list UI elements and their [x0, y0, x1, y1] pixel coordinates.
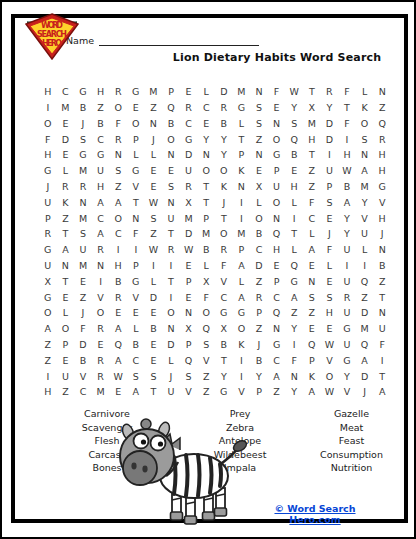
grid-cell[interactable]: B [92, 116, 110, 132]
grid-cell[interactable]: N [285, 368, 303, 384]
grid-cell[interactable]: S [321, 289, 339, 305]
grid-cell[interactable]: E [321, 274, 339, 290]
grid-cell[interactable]: E [145, 353, 163, 369]
grid-cell[interactable]: V [127, 289, 145, 305]
grid-cell[interactable]: U [39, 258, 57, 274]
grid-cell[interactable]: Y [215, 368, 233, 384]
grid-cell[interactable]: Q [268, 305, 286, 321]
grid-cell[interactable]: J [373, 226, 391, 242]
grid-cell[interactable]: T [373, 289, 391, 305]
grid-cell[interactable]: G [39, 163, 57, 179]
grid-cell[interactable]: N [233, 179, 251, 195]
grid-cell[interactable]: E [74, 274, 92, 290]
grid-cell[interactable]: C [303, 210, 321, 226]
grid-cell[interactable]: Z [373, 274, 391, 290]
grid-cell[interactable]: F [303, 195, 321, 211]
grid-cell[interactable]: E [321, 321, 339, 337]
grid-cell[interactable]: O [356, 116, 374, 132]
grid-cell[interactable]: X [180, 195, 198, 211]
grid-cell[interactable]: D [215, 84, 233, 100]
grid-cell[interactable]: S [321, 195, 339, 211]
grid-cell[interactable]: P [250, 384, 268, 400]
grid-cell[interactable]: Z [303, 305, 321, 321]
grid-cell[interactable]: V [356, 210, 374, 226]
grid-cell[interactable]: T [215, 210, 233, 226]
grid-cell[interactable]: X [180, 321, 198, 337]
grid-cell[interactable]: A [109, 321, 127, 337]
grid-cell[interactable]: D [180, 147, 198, 163]
grid-cell[interactable]: U [321, 163, 339, 179]
grid-cell[interactable]: Z [268, 384, 286, 400]
grid-cell[interactable]: L [57, 163, 75, 179]
grid-cell[interactable]: Y [338, 210, 356, 226]
grid-cell[interactable]: O [250, 210, 268, 226]
grid-cell[interactable]: H [39, 84, 57, 100]
grid-cell[interactable]: C [180, 116, 198, 132]
grid-cell[interactable]: D [180, 226, 198, 242]
grid-cell[interactable]: A [109, 195, 127, 211]
grid-cell[interactable]: M [145, 84, 163, 100]
grid-cell[interactable]: G [39, 289, 57, 305]
grid-cell[interactable]: B [162, 116, 180, 132]
grid-cell[interactable]: L [285, 195, 303, 211]
grid-cell[interactable]: O [39, 305, 57, 321]
grid-cell[interactable]: U [74, 242, 92, 258]
grid-cell[interactable]: L [233, 274, 251, 290]
grid-cell[interactable]: Z [39, 337, 57, 353]
grid-cell[interactable]: M [233, 226, 251, 242]
grid-cell[interactable]: Q [180, 353, 198, 369]
grid-cell[interactable]: U [39, 195, 57, 211]
grid-cell[interactable]: P [39, 210, 57, 226]
grid-cell[interactable]: E [109, 305, 127, 321]
grid-cell[interactable]: A [338, 195, 356, 211]
grid-cell[interactable]: N [162, 321, 180, 337]
grid-cell[interactable]: O [321, 368, 339, 384]
grid-cell[interactable]: Z [39, 353, 57, 369]
grid-cell[interactable]: R [180, 100, 198, 116]
grid-cell[interactable]: P [162, 84, 180, 100]
grid-cell[interactable]: N [92, 258, 110, 274]
grid-cell[interactable]: C [74, 384, 92, 400]
grid-cell[interactable]: R [39, 226, 57, 242]
grid-cell[interactable]: L [127, 321, 145, 337]
grid-cell[interactable]: P [127, 131, 145, 147]
grid-cell[interactable]: M [303, 116, 321, 132]
grid-cell[interactable]: V [92, 289, 110, 305]
grid-cell[interactable]: I [321, 147, 339, 163]
grid-cell[interactable]: V [127, 179, 145, 195]
grid-cell[interactable]: Y [285, 321, 303, 337]
grid-cell[interactable]: L [197, 84, 215, 100]
grid-cell[interactable]: O [109, 100, 127, 116]
grid-cell[interactable]: B [197, 242, 215, 258]
grid-cell[interactable]: M [233, 84, 251, 100]
grid-cell[interactable]: Z [303, 163, 321, 179]
grid-cell[interactable]: J [321, 226, 339, 242]
grid-cell[interactable]: L [250, 195, 268, 211]
grid-cell[interactable]: T [57, 274, 75, 290]
grid-cell[interactable]: M [356, 321, 374, 337]
grid-cell[interactable]: I [39, 100, 57, 116]
grid-cell[interactable]: V [321, 353, 339, 369]
grid-cell[interactable]: Z [197, 384, 215, 400]
grid-cell[interactable]: O [215, 226, 233, 242]
grid-cell[interactable]: S [356, 131, 374, 147]
grid-cell[interactable]: H [39, 384, 57, 400]
grid-cell[interactable]: E [109, 384, 127, 400]
grid-cell[interactable]: I [285, 337, 303, 353]
grid-cell[interactable]: R [92, 321, 110, 337]
grid-cell[interactable]: E [92, 337, 110, 353]
grid-cell[interactable]: U [338, 305, 356, 321]
grid-cell[interactable]: R [215, 100, 233, 116]
grid-cell[interactable]: Z [373, 100, 391, 116]
grid-cell[interactable]: I [109, 242, 127, 258]
grid-cell[interactable]: R [338, 289, 356, 305]
grid-cell[interactable]: G [127, 84, 145, 100]
grid-cell[interactable]: I [338, 258, 356, 274]
grid-cell[interactable]: E [250, 163, 268, 179]
grid-cell[interactable]: S [250, 116, 268, 132]
grid-cell[interactable]: A [127, 384, 145, 400]
grid-cell[interactable]: T [162, 274, 180, 290]
grid-cell[interactable]: F [285, 353, 303, 369]
grid-cell[interactable]: Y [250, 368, 268, 384]
grid-cell[interactable]: N [373, 242, 391, 258]
grid-cell[interactable]: A [39, 321, 57, 337]
grid-cell[interactable]: D [356, 305, 374, 321]
grid-cell[interactable]: G [215, 384, 233, 400]
grid-cell[interactable]: P [180, 274, 198, 290]
grid-cell[interactable]: H [268, 242, 286, 258]
grid-cell[interactable]: Z [250, 274, 268, 290]
grid-cell[interactable]: W [321, 337, 339, 353]
grid-cell[interactable]: S [162, 179, 180, 195]
grid-cell[interactable]: S [74, 226, 92, 242]
grid-cell[interactable]: B [74, 100, 92, 116]
grid-cell[interactable]: Y [215, 147, 233, 163]
grid-cell[interactable]: V [74, 368, 92, 384]
grid-cell[interactable]: A [303, 242, 321, 258]
grid-cell[interactable]: P [268, 274, 286, 290]
grid-cell[interactable]: U [180, 163, 198, 179]
grid-cell[interactable]: T [57, 226, 75, 242]
grid-cell[interactable]: V [373, 195, 391, 211]
grid-cell[interactable]: N [268, 116, 286, 132]
grid-cell[interactable]: Y [285, 384, 303, 400]
grid-cell[interactable]: K [57, 195, 75, 211]
grid-cell[interactable]: L [356, 242, 374, 258]
grid-cell[interactable]: N [180, 305, 198, 321]
grid-cell[interactable]: L [197, 258, 215, 274]
grid-cell[interactable]: C [92, 210, 110, 226]
grid-cell[interactable]: Y [338, 368, 356, 384]
grid-cell[interactable]: J [162, 368, 180, 384]
grid-cell[interactable]: U [338, 337, 356, 353]
grid-cell[interactable]: H [303, 131, 321, 147]
grid-cell[interactable]: O [92, 305, 110, 321]
grid-cell[interactable]: C [92, 131, 110, 147]
grid-cell[interactable]: C [268, 289, 286, 305]
grid-cell[interactable]: A [356, 163, 374, 179]
grid-cell[interactable]: W [109, 368, 127, 384]
grid-cell[interactable]: R [92, 353, 110, 369]
grid-cell[interactable]: O [268, 195, 286, 211]
grid-cell[interactable]: R [109, 84, 127, 100]
grid-cell[interactable]: D [321, 116, 339, 132]
grid-cell[interactable]: G [92, 147, 110, 163]
grid-cell[interactable]: I [162, 289, 180, 305]
grid-cell[interactable]: Y [356, 195, 374, 211]
grid-cell[interactable]: T [197, 195, 215, 211]
grid-cell[interactable]: J [74, 305, 92, 321]
grid-cell[interactable]: L [321, 258, 339, 274]
grid-cell[interactable]: I [285, 210, 303, 226]
grid-cell[interactable]: N [268, 321, 286, 337]
grid-cell[interactable]: B [74, 353, 92, 369]
grid-cell[interactable]: I [92, 274, 110, 290]
grid-cell[interactable]: C [268, 353, 286, 369]
grid-cell[interactable]: D [57, 131, 75, 147]
grid-cell[interactable]: O [109, 210, 127, 226]
grid-cell[interactable]: S [74, 131, 92, 147]
grid-cell[interactable]: R [373, 131, 391, 147]
grid-cell[interactable]: O [162, 305, 180, 321]
grid-cell[interactable]: N [57, 258, 75, 274]
grid-cell[interactable]: G [268, 147, 286, 163]
grid-cell[interactable]: F [338, 116, 356, 132]
grid-cell[interactable]: P [268, 163, 286, 179]
grid-cell[interactable]: Q [197, 321, 215, 337]
grid-cell[interactable]: G [233, 305, 251, 321]
grid-cell[interactable]: L [145, 147, 163, 163]
grid-cell[interactable]: Q [356, 337, 374, 353]
grid-cell[interactable]: E [145, 179, 163, 195]
grid-cell[interactable]: C [127, 353, 145, 369]
grid-cell[interactable]: W [145, 242, 163, 258]
grid-cell[interactable]: S [180, 368, 198, 384]
grid-cell[interactable]: E [57, 353, 75, 369]
grid-cell[interactable]: H [373, 210, 391, 226]
grid-cell[interactable]: Z [356, 289, 374, 305]
grid-cell[interactable]: R [215, 242, 233, 258]
grid-cell[interactable]: T [373, 368, 391, 384]
grid-cell[interactable]: G [74, 147, 92, 163]
grid-cell[interactable]: E [268, 258, 286, 274]
grid-cell[interactable]: E [57, 116, 75, 132]
grid-cell[interactable]: Q [373, 116, 391, 132]
grid-cell[interactable]: Z [250, 131, 268, 147]
grid-cell[interactable]: G [127, 163, 145, 179]
grid-cell[interactable]: G [127, 274, 145, 290]
grid-cell[interactable]: Z [303, 179, 321, 195]
grid-cell[interactable]: I [338, 131, 356, 147]
grid-cell[interactable]: T [162, 226, 180, 242]
grid-cell[interactable]: O [127, 116, 145, 132]
footer-link[interactable]: © Word Search Hero.com [250, 503, 380, 525]
grid-cell[interactable]: X [303, 100, 321, 116]
grid-cell[interactable]: F [74, 321, 92, 337]
grid-cell[interactable]: E [57, 289, 75, 305]
grid-cell[interactable]: A [233, 258, 251, 274]
grid-cell[interactable]: H [92, 179, 110, 195]
grid-cell[interactable]: T [127, 195, 145, 211]
grid-cell[interactable]: E [57, 147, 75, 163]
grid-cell[interactable]: T [197, 179, 215, 195]
grid-cell[interactable]: D [162, 337, 180, 353]
grid-cell[interactable]: D [250, 258, 268, 274]
grid-cell[interactable]: Q [356, 274, 374, 290]
grid-cell[interactable]: K [233, 163, 251, 179]
grid-cell[interactable]: B [215, 116, 233, 132]
grid-cell[interactable]: X [250, 179, 268, 195]
grid-cell[interactable]: T [338, 100, 356, 116]
grid-cell[interactable]: Q [285, 131, 303, 147]
grid-cell[interactable]: T [303, 147, 321, 163]
grid-cell[interactable]: W [321, 384, 339, 400]
grid-cell[interactable]: L [162, 353, 180, 369]
grid-cell[interactable]: Z [250, 321, 268, 337]
grid-cell[interactable]: L [356, 84, 374, 100]
grid-cell[interactable]: N [74, 195, 92, 211]
grid-cell[interactable]: K [233, 337, 251, 353]
grid-cell[interactable]: K [356, 100, 374, 116]
grid-cell[interactable]: U [92, 163, 110, 179]
grid-cell[interactable]: A [356, 353, 374, 369]
grid-cell[interactable]: H [338, 147, 356, 163]
grid-cell[interactable]: U [162, 384, 180, 400]
grid-cell[interactable]: P [233, 242, 251, 258]
grid-cell[interactable]: G [215, 305, 233, 321]
grid-cell[interactable]: R [180, 179, 198, 195]
grid-cell[interactable]: E [285, 163, 303, 179]
grid-cell[interactable]: F [338, 84, 356, 100]
grid-cell[interactable]: H [321, 305, 339, 321]
grid-cell[interactable]: J [250, 337, 268, 353]
grid-cell[interactable]: F [109, 116, 127, 132]
grid-cell[interactable]: M [197, 226, 215, 242]
grid-cell[interactable]: O [57, 321, 75, 337]
grid-cell[interactable]: E [303, 321, 321, 337]
grid-cell[interactable]: R [74, 179, 92, 195]
grid-cell[interactable]: S [197, 337, 215, 353]
grid-cell[interactable]: M [57, 100, 75, 116]
grid-cell[interactable]: C [215, 289, 233, 305]
grid-cell[interactable]: A [303, 384, 321, 400]
grid-cell[interactable]: I [127, 242, 145, 258]
grid-cell[interactable]: N [127, 210, 145, 226]
grid-cell[interactable]: W [145, 195, 163, 211]
grid-cell[interactable]: C [109, 226, 127, 242]
grid-cell[interactable]: A [109, 353, 127, 369]
grid-cell[interactable]: H [92, 84, 110, 100]
grid-cell[interactable]: H [39, 147, 57, 163]
grid-cell[interactable]: G [39, 242, 57, 258]
grid-cell[interactable]: R [109, 289, 127, 305]
grid-cell[interactable]: Q [109, 337, 127, 353]
grid-cell[interactable]: E [321, 210, 339, 226]
grid-cell[interactable]: Z [109, 179, 127, 195]
grid-cell[interactable]: K [303, 368, 321, 384]
grid-cell[interactable]: D [321, 131, 339, 147]
grid-cell[interactable]: P [127, 258, 145, 274]
grid-cell[interactable]: E [180, 289, 198, 305]
grid-cell[interactable]: W [180, 242, 198, 258]
grid-cell[interactable]: O [268, 131, 286, 147]
grid-cell[interactable]: A [233, 289, 251, 305]
grid-cell[interactable]: J [215, 195, 233, 211]
grid-cell[interactable]: E [180, 84, 198, 100]
grid-cell[interactable]: N [250, 147, 268, 163]
grid-cell[interactable]: V [215, 274, 233, 290]
grid-cell[interactable]: T [285, 226, 303, 242]
grid-cell[interactable]: U [57, 368, 75, 384]
grid-cell[interactable]: I [233, 195, 251, 211]
grid-cell[interactable]: R [250, 289, 268, 305]
grid-cell[interactable]: P [57, 337, 75, 353]
grid-cell[interactable]: L [285, 242, 303, 258]
grid-cell[interactable]: C [57, 84, 75, 100]
grid-cell[interactable]: V [338, 384, 356, 400]
grid-cell[interactable]: Z [285, 305, 303, 321]
grid-cell[interactable]: V [233, 384, 251, 400]
grid-cell[interactable]: N [303, 274, 321, 290]
grid-cell[interactable]: M [180, 210, 198, 226]
grid-cell[interactable]: R [92, 242, 110, 258]
grid-cell[interactable]: O [162, 131, 180, 147]
grid-cell[interactable]: M [74, 258, 92, 274]
grid-cell[interactable]: E [303, 258, 321, 274]
grid-cell[interactable]: R [162, 242, 180, 258]
grid-cell[interactable]: W [285, 84, 303, 100]
grid-cell[interactable]: B [250, 226, 268, 242]
grid-cell[interactable]: J [39, 179, 57, 195]
grid-cell[interactable]: A [373, 384, 391, 400]
grid-cell[interactable]: B [338, 179, 356, 195]
grid-cell[interactable]: R [321, 84, 339, 100]
grid-cell[interactable]: H [373, 147, 391, 163]
grid-cell[interactable]: Z [145, 100, 163, 116]
grid-cell[interactable]: G [233, 100, 251, 116]
grid-cell[interactable]: L [127, 147, 145, 163]
grid-cell[interactable]: N [373, 305, 391, 321]
grid-cell[interactable]: B [373, 258, 391, 274]
grid-cell[interactable]: B [145, 321, 163, 337]
grid-cell[interactable]: U [162, 210, 180, 226]
grid-cell[interactable]: E [127, 100, 145, 116]
grid-cell[interactable]: T [145, 384, 163, 400]
grid-cell[interactable]: Q [303, 337, 321, 353]
grid-cell[interactable]: U [268, 179, 286, 195]
grid-cell[interactable]: B [109, 274, 127, 290]
grid-cell[interactable]: D [145, 289, 163, 305]
grid-cell[interactable]: F [215, 258, 233, 274]
grid-cell[interactable]: Z [145, 226, 163, 242]
grid-cell[interactable]: Y [215, 131, 233, 147]
grid-cell[interactable]: N [197, 147, 215, 163]
grid-cell[interactable]: S [109, 163, 127, 179]
grid-cell[interactable]: T [303, 84, 321, 100]
grid-cell[interactable]: S [145, 368, 163, 384]
grid-cell[interactable]: J [145, 131, 163, 147]
grid-cell[interactable]: G [180, 131, 198, 147]
grid-cell[interactable]: V [180, 384, 198, 400]
grid-cell[interactable]: O [39, 116, 57, 132]
grid-cell[interactable]: P [180, 337, 198, 353]
grid-cell[interactable]: G [373, 179, 391, 195]
grid-cell[interactable]: X [197, 274, 215, 290]
